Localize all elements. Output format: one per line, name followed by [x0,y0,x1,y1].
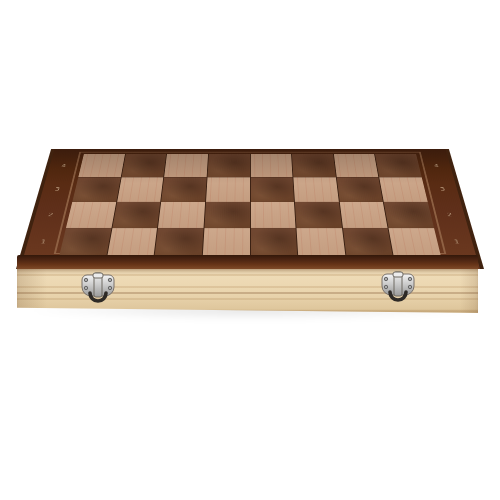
rank-label-right-2: 2 [441,213,457,218]
board-square-c1 [155,228,204,256]
clasp-catch [93,273,103,278]
rank-label-left-4: 4 [56,164,71,168]
latch-clasp-left [78,271,118,309]
rank-label-right-1: 1 [448,240,465,245]
board-square-a4 [78,154,124,177]
rank-label-left-3: 3 [49,187,65,191]
board-square-g3 [337,177,384,201]
lid-front-edge [17,255,478,270]
board-square-a3 [72,177,120,201]
clasp-screw [384,277,387,280]
clasp-screw [408,277,411,280]
board-square-h4 [375,154,421,177]
board-square-b1 [107,228,157,256]
board-square-c3 [161,177,206,201]
board-square-b3 [117,177,164,201]
board-square-h2 [384,202,434,228]
board-square-c2 [158,202,205,228]
board-square-b4 [121,154,166,177]
clasp-screw [408,285,411,288]
board-square-d4 [207,154,249,177]
board-square-a2 [66,202,116,228]
board-square-d2 [204,202,249,228]
board-square-h3 [380,177,428,201]
board-square-g4 [334,154,379,177]
clasp-screw [108,286,111,289]
board-square-e2 [250,202,295,228]
clasp-catch [393,272,403,277]
board-square-f4 [292,154,336,177]
latch-clasp-right [378,270,418,308]
board-square-g2 [340,202,388,228]
board-square-e3 [250,177,294,201]
clasp-screw [384,285,387,288]
board-square-b2 [112,202,160,228]
clasp-screw [84,286,87,289]
board-square-e1 [250,228,297,256]
chess-board-lid-top: abcdefgh44332211 [20,149,480,269]
board-square-a1 [59,228,111,256]
board-square-d1 [203,228,250,256]
board-square-f1 [297,228,346,256]
clasp-screw [108,278,111,281]
rank-label-right-3: 3 [435,187,451,191]
board-square-g1 [343,228,393,256]
clasp-screw [84,278,87,281]
rank-label-right-4: 4 [429,164,444,168]
rank-label-left-2: 2 [42,213,58,218]
board-square-f2 [295,202,342,228]
rank-label-left-1: 1 [35,240,52,245]
board-square-d3 [206,177,250,201]
chess-board-grid [59,154,441,256]
board-square-f3 [293,177,338,201]
board-square-h1 [389,228,441,256]
chess-box-product-photo: abcdefgh44332211 [0,0,500,500]
board-square-c4 [164,154,208,177]
board-square-e4 [250,154,292,177]
